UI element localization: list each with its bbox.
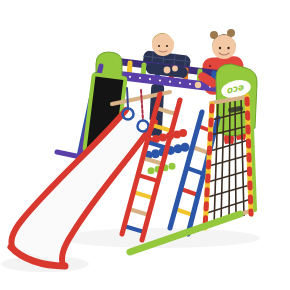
playset-scene: eco	[0, 0, 290, 290]
climbing-net	[205, 96, 255, 228]
girl-hand	[195, 82, 201, 88]
boy-hand	[172, 66, 178, 72]
blue-ladder-right-rail	[188, 118, 218, 234]
boy-hand	[164, 67, 171, 74]
product-photo: eco	[0, 0, 290, 290]
